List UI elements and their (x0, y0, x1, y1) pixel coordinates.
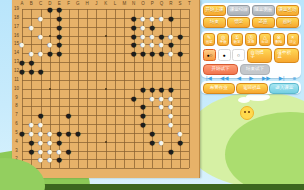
black-stone[interactable]: ● (168, 13, 174, 24)
white-stone[interactable]: ● (168, 48, 174, 59)
grid-line-v (115, 9, 116, 168)
row-label: 18 (14, 16, 19, 21)
white-stone[interactable]: ● (47, 154, 53, 165)
row-label: 5 (15, 131, 18, 136)
column-label: O (141, 1, 145, 6)
white-stone[interactable]: ● (158, 137, 164, 148)
go-classroom-app: A19B18C17D16E15F14G13H12J11K10L9M8N7O6P5… (0, 0, 304, 190)
white-stone[interactable]: ● (158, 101, 164, 112)
class-controls-row: 开始上课课堂纪律随堂测验课堂互动 (203, 5, 299, 16)
row-label: 11 (14, 78, 19, 83)
row-label: 17 (14, 24, 19, 29)
column-label: B (30, 1, 33, 6)
black-stone[interactable]: ● (47, 48, 53, 59)
black-stone[interactable]: ● (37, 66, 43, 77)
row-label: 4 (15, 140, 18, 145)
black-stone[interactable]: ● (140, 48, 146, 59)
column-label: P (151, 1, 154, 6)
white-stone[interactable]: ● (168, 119, 174, 130)
class-control-card: 开始上课课堂纪律随堂测验课堂互动 结束锁定还原超时 (201, 3, 301, 28)
black-stone[interactable]: ● (56, 154, 62, 165)
black-stone[interactable]: ● (130, 48, 136, 59)
black-stone[interactable]: ● (140, 83, 146, 94)
quick-control-button[interactable]: 结束 (203, 17, 226, 28)
black-stone[interactable]: ● (177, 48, 183, 59)
row-label: 3 (15, 148, 18, 153)
row-label: 16 (14, 33, 19, 38)
white-stone[interactable]: ● (158, 13, 164, 24)
start-trial-button[interactable]: 开始试下 (203, 64, 238, 75)
tool-button-手数[interactable]: ◎手数 (217, 33, 229, 46)
class-control-button[interactable]: 开始上课 (203, 5, 226, 16)
tool-button-字母[interactable]: Ⓐ字母 (245, 33, 257, 46)
row-label: 6 (15, 122, 18, 127)
stone-mode-row: ●○●○自动提子清空棋盘 (203, 48, 299, 63)
go-board[interactable]: A19B18C17D16E15F14G13H12J11K10L9M8N7O6P5… (12, 0, 200, 178)
tool-label: 手数 (220, 41, 227, 45)
grid-line-h (22, 115, 189, 116)
column-label: A (20, 1, 23, 6)
tool-label: 数字 (234, 41, 241, 45)
tool-label: 标记 (261, 41, 268, 45)
black-stone[interactable]: ● (19, 128, 25, 139)
quick-control-button[interactable]: 超时 (276, 17, 299, 28)
column-label: K (104, 1, 107, 6)
white-stone[interactable]: ● (149, 92, 155, 103)
black-stone[interactable]: ● (158, 48, 164, 59)
black-stone[interactable]: ● (177, 30, 183, 41)
tool-button-数字[interactable]: ①数字 (231, 33, 243, 46)
quick-controls-row: 结束锁定还原超时 (203, 17, 299, 28)
white-stone[interactable]: ● (37, 154, 43, 165)
grid-line-h (22, 124, 189, 125)
column-label: J (95, 1, 97, 6)
class-control-button[interactable]: 课堂互动 (276, 5, 299, 16)
black-stone[interactable]: ● (140, 119, 146, 130)
stone-mode-alternate[interactable]: ●○ (203, 49, 216, 61)
white-stone[interactable]: ● (37, 48, 43, 59)
black-stone[interactable]: ● (65, 110, 71, 121)
white-stone[interactable]: ● (37, 13, 43, 24)
column-label: L (114, 1, 117, 6)
annotation-card: ✎画笔◎手数①数字Ⓐ字母△标记⊗删除×清空 ●○●○自动提子清空棋盘 开始试下 … (201, 31, 301, 78)
column-label: H (85, 1, 88, 6)
white-stone[interactable]: ● (37, 30, 43, 41)
black-stone[interactable]: ● (47, 4, 53, 15)
column-label: C (39, 1, 42, 6)
row-label: 19 (14, 7, 19, 12)
tool-button-删除[interactable]: ⊗删除 (273, 33, 285, 46)
row-label: 8 (15, 104, 18, 109)
white-stone[interactable]: ● (19, 39, 25, 50)
black-stone[interactable]: ● (65, 145, 71, 156)
black-stone[interactable]: ● (56, 48, 62, 59)
row-label: 14 (14, 51, 19, 56)
row-label: 9 (15, 95, 18, 100)
column-label: S (179, 1, 182, 6)
star-point (49, 88, 51, 90)
stone-mode-white[interactable]: ○ (232, 49, 245, 61)
row-label: 7 (15, 113, 18, 118)
black-stone[interactable]: ● (65, 128, 71, 139)
grid-line-v (124, 9, 125, 168)
auto-capture-button[interactable]: 自动提子 (247, 48, 273, 63)
tool-label: 字母 (247, 41, 254, 45)
column-label: N (132, 1, 135, 6)
grid-line-h (22, 168, 189, 169)
tool-row: ✎画笔◎手数①数字Ⓐ字母△标记⊗删除×清空 (203, 33, 299, 46)
star-point (49, 35, 51, 37)
star-point (105, 88, 107, 90)
tool-button-标记[interactable]: △标记 (259, 33, 271, 46)
column-label: T (188, 1, 191, 6)
black-stone[interactable]: ● (149, 48, 155, 59)
control-panel: 开始上课课堂纪律随堂测验课堂互动 结束锁定还原超时 ✎画笔◎手数①数字Ⓐ字母△标… (199, 0, 304, 190)
quick-control-button[interactable]: 还原 (252, 17, 275, 28)
black-stone[interactable]: ● (28, 145, 34, 156)
end-trial-button[interactable]: 结束试下 (240, 64, 271, 75)
black-stone[interactable]: ● (168, 145, 174, 156)
tool-button-画笔[interactable]: ✎画笔 (203, 33, 215, 46)
enter-class-button[interactable]: 进入课堂 (269, 83, 299, 94)
quick-control-button[interactable]: 锁定 (227, 17, 250, 28)
return-board-button[interactable]: 返回棋盘 (236, 83, 268, 94)
column-label: Q (160, 1, 164, 6)
trial-row: 开始试下 结束试下 (203, 64, 299, 75)
tool-label: 清空 (289, 41, 296, 45)
homework-card: 布置作业 返回棋盘 进入课堂 (201, 81, 301, 94)
column-label: M (122, 1, 126, 6)
black-stone[interactable]: ● (28, 66, 34, 77)
black-stone[interactable]: ● (149, 137, 155, 148)
column-label: G (76, 1, 80, 6)
assign-homework-button[interactable]: 布置作业 (203, 83, 235, 94)
clear-board-button[interactable]: 清空棋盘 (274, 48, 300, 63)
row-label: 10 (14, 86, 19, 91)
class-control-button[interactable]: 课堂纪律 (227, 5, 250, 16)
star-point (105, 141, 107, 143)
class-control-button[interactable]: 随堂测验 (252, 5, 275, 16)
white-stone[interactable]: ● (28, 21, 34, 32)
stone-mode-black[interactable]: ● (218, 49, 231, 61)
star-point (105, 35, 107, 37)
grid-line-v (189, 9, 190, 168)
column-label: R (169, 1, 172, 6)
black-stone[interactable]: ● (177, 137, 183, 148)
black-stone[interactable]: ● (130, 92, 136, 103)
black-stone[interactable]: ● (75, 128, 81, 139)
black-stone[interactable]: ● (19, 66, 25, 77)
column-label: F (67, 1, 70, 6)
tool-label: 删除 (275, 41, 282, 45)
tool-label: 画笔 (206, 41, 213, 45)
tool-button-清空[interactable]: ×清空 (287, 33, 299, 46)
